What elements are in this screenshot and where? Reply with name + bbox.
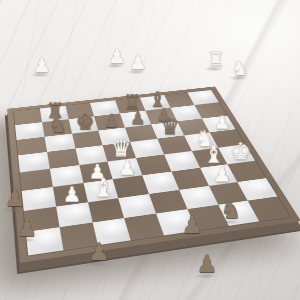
square-c3: ♝ bbox=[83, 179, 118, 202]
square-c7: ♚ bbox=[68, 116, 98, 133]
square-a5 bbox=[18, 152, 49, 172]
white-pawn-captured: ♟ bbox=[108, 46, 126, 66]
square-b6 bbox=[44, 133, 75, 152]
white-pawn-captured: ♟ bbox=[33, 55, 51, 75]
brown-knight-captured: ♞ bbox=[220, 198, 242, 222]
brown-queen-piece: ♛ bbox=[160, 116, 180, 138]
brown-pawn-piece: ♟ bbox=[130, 109, 146, 127]
square-a7 bbox=[15, 122, 44, 140]
square-f3 bbox=[171, 168, 208, 190]
white-pawn-captured: ♟ bbox=[129, 52, 147, 72]
brown-knight-piece: ♞ bbox=[48, 114, 68, 136]
square-b7: ♞ bbox=[42, 119, 72, 136]
board-slab: ♜♜♝♞♚♟♟♟♛♟♛♞♟♟♝♚♟♝♟ bbox=[7, 86, 300, 262]
square-d1 bbox=[124, 214, 164, 241]
brown-pawn-captured: ♟ bbox=[196, 252, 218, 276]
photo-scene: ♜♜♝♞♚♟♟♟♛♟♛♞♟♟♝♚♟♝♟ ♟♟♟♜♞♟♟♟♟♞♟ bbox=[0, 0, 300, 300]
white-pawn-piece: ♟ bbox=[214, 114, 230, 132]
white-king-piece: ♚ bbox=[230, 140, 251, 163]
square-b2 bbox=[56, 202, 92, 227]
brown-pawn-captured: ♟ bbox=[88, 240, 110, 264]
white-pawn-piece: ♟ bbox=[213, 164, 231, 184]
chess-board-grid: ♜♜♝♞♚♟♟♟♛♟♛♞♟♟♝♚♟♝♟ bbox=[14, 90, 290, 256]
white-rook-captured: ♜ bbox=[207, 49, 225, 69]
brown-pawn-piece: ♟ bbox=[103, 112, 119, 130]
white-pawn-piece: ♟ bbox=[62, 184, 81, 205]
brown-pawn-captured: ♟ bbox=[4, 186, 26, 210]
brown-king-piece: ♚ bbox=[75, 111, 94, 133]
square-g3: ♟ bbox=[200, 164, 238, 186]
white-knight-captured: ♞ bbox=[231, 58, 249, 78]
brown-pawn-captured: ♟ bbox=[16, 216, 38, 240]
chess-board: ♜♜♝♞♚♟♟♟♛♟♛♞♟♟♝♚♟♝♟ bbox=[7, 86, 300, 262]
brown-pawn-captured: ♟ bbox=[181, 213, 203, 237]
white-pawn-piece: ♟ bbox=[118, 158, 136, 178]
white-bishop-piece: ♝ bbox=[91, 176, 113, 201]
